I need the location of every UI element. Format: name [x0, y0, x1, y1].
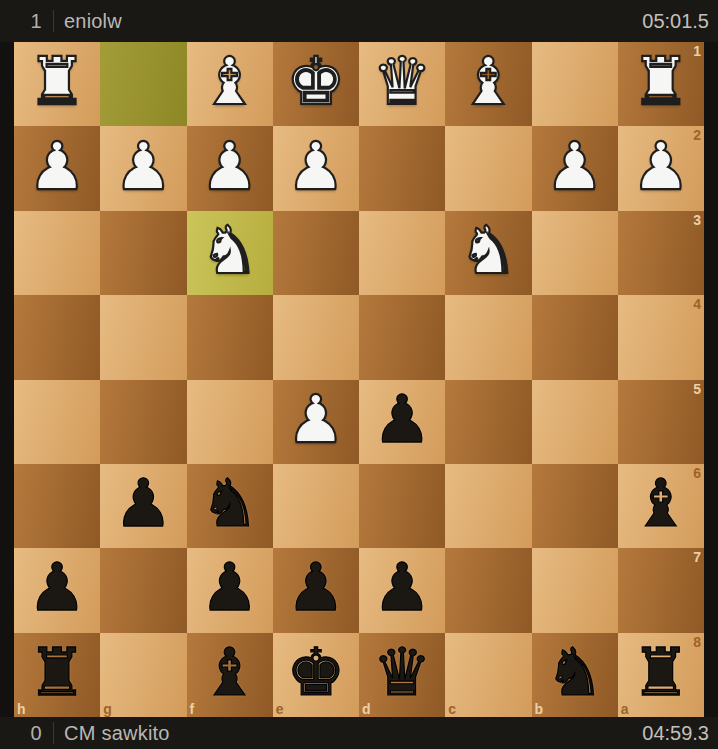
player-score: 0: [29, 722, 43, 745]
square-g2[interactable]: ♟: [100, 126, 186, 210]
square-b7[interactable]: [532, 548, 618, 632]
square-b6[interactable]: [532, 464, 618, 548]
white-pawn-icon[interactable]: ♟: [631, 125, 690, 209]
black-queen-icon[interactable]: ♛: [373, 631, 432, 715]
white-knight-icon[interactable]: ♞: [200, 209, 259, 293]
square-d5[interactable]: ♟: [359, 380, 445, 464]
player-bar: 0 CMsawkito 04:59.3: [0, 717, 718, 749]
white-pawn-icon[interactable]: ♟: [545, 125, 604, 209]
black-pawn-icon[interactable]: ♟: [28, 546, 87, 630]
white-rook-icon[interactable]: ♜: [28, 40, 87, 124]
square-f2[interactable]: ♟: [187, 126, 273, 210]
black-bishop-icon[interactable]: ♝: [200, 631, 259, 715]
opponent-bar: 1 eniolw 05:01.5: [0, 0, 718, 42]
opponent-name[interactable]: eniolw: [64, 10, 122, 33]
square-e3[interactable]: [273, 211, 359, 295]
square-g7[interactable]: [100, 548, 186, 632]
rank-label-2: 2: [693, 128, 701, 142]
square-b1[interactable]: [532, 42, 618, 126]
square-b4[interactable]: [532, 295, 618, 379]
black-pawn-icon[interactable]: ♟: [373, 546, 432, 630]
square-c6[interactable]: [445, 464, 531, 548]
square-a8[interactable]: ♜8a: [618, 633, 704, 717]
black-knight-icon[interactable]: ♞: [545, 631, 604, 715]
score-divider: [53, 10, 54, 32]
black-rook-icon[interactable]: ♜: [28, 631, 87, 715]
square-a2[interactable]: ♟2: [618, 126, 704, 210]
opponent-clock: 05:01.5: [642, 10, 709, 33]
square-a4[interactable]: 4: [618, 295, 704, 379]
file-label-e: e: [276, 702, 284, 716]
square-g1[interactable]: [100, 42, 186, 126]
square-h5[interactable]: [14, 380, 100, 464]
square-a1[interactable]: ♜1: [618, 42, 704, 126]
black-knight-icon[interactable]: ♞: [200, 462, 259, 546]
white-queen-icon[interactable]: ♛: [373, 40, 432, 124]
square-e1[interactable]: ♚: [273, 42, 359, 126]
square-b3[interactable]: [532, 211, 618, 295]
player-clock: 04:59.3: [642, 722, 709, 745]
white-pawn-icon[interactable]: ♟: [286, 125, 345, 209]
square-d6[interactable]: [359, 464, 445, 548]
square-h1[interactable]: ♜: [14, 42, 100, 126]
white-pawn-icon[interactable]: ♟: [28, 125, 87, 209]
square-e4[interactable]: [273, 295, 359, 379]
square-c4[interactable]: [445, 295, 531, 379]
square-c3[interactable]: ♞: [445, 211, 531, 295]
square-a7[interactable]: 7: [618, 548, 704, 632]
square-c2[interactable]: [445, 126, 531, 210]
square-h6[interactable]: [14, 464, 100, 548]
square-e8[interactable]: ♚e: [273, 633, 359, 717]
rank-label-7: 7: [693, 550, 701, 564]
square-e6[interactable]: [273, 464, 359, 548]
square-f7[interactable]: ♟: [187, 548, 273, 632]
square-b2[interactable]: ♟: [532, 126, 618, 210]
white-knight-icon[interactable]: ♞: [459, 209, 518, 293]
square-d3[interactable]: [359, 211, 445, 295]
square-g5[interactable]: [100, 380, 186, 464]
black-bishop-icon[interactable]: ♝: [631, 462, 690, 546]
square-g8[interactable]: g: [100, 633, 186, 717]
black-king-icon[interactable]: ♚: [286, 631, 345, 715]
opponent-score: 1: [29, 10, 43, 33]
square-a3[interactable]: 3: [618, 211, 704, 295]
square-c8[interactable]: c: [445, 633, 531, 717]
rank-label-6: 6: [693, 466, 701, 480]
rank-label-4: 4: [693, 297, 701, 311]
black-pawn-icon[interactable]: ♟: [200, 546, 259, 630]
chess-board[interactable]: ♜♝♚♛♝♜1♟♟♟♟♟♟2♞♞34♟♟5♟♞♝6♟♟♟♟7♜hg♝f♚e♛dc…: [14, 42, 704, 717]
square-d2[interactable]: [359, 126, 445, 210]
square-h8[interactable]: ♜h: [14, 633, 100, 717]
file-label-h: h: [17, 702, 26, 716]
file-label-a: a: [621, 702, 629, 716]
black-pawn-icon[interactable]: ♟: [286, 546, 345, 630]
file-label-f: f: [190, 702, 195, 716]
square-f3[interactable]: ♞: [187, 211, 273, 295]
square-g6[interactable]: ♟: [100, 464, 186, 548]
square-e2[interactable]: ♟: [273, 126, 359, 210]
black-pawn-icon[interactable]: ♟: [373, 378, 432, 462]
rank-label-5: 5: [693, 382, 701, 396]
rank-label-3: 3: [693, 213, 701, 227]
square-a5[interactable]: 5: [618, 380, 704, 464]
square-c1[interactable]: ♝: [445, 42, 531, 126]
rank-label-1: 1: [693, 44, 701, 58]
square-f8[interactable]: ♝f: [187, 633, 273, 717]
square-a6[interactable]: ♝6: [618, 464, 704, 548]
white-bishop-icon[interactable]: ♝: [459, 40, 518, 124]
white-bishop-icon[interactable]: ♝: [200, 40, 259, 124]
white-pawn-icon[interactable]: ♟: [286, 378, 345, 462]
square-d7[interactable]: ♟: [359, 548, 445, 632]
square-g3[interactable]: [100, 211, 186, 295]
square-d4[interactable]: [359, 295, 445, 379]
rank-label-8: 8: [693, 635, 701, 649]
file-label-c: c: [448, 702, 456, 716]
square-f5[interactable]: [187, 380, 273, 464]
square-h2[interactable]: ♟: [14, 126, 100, 210]
square-c7[interactable]: [445, 548, 531, 632]
white-pawn-icon[interactable]: ♟: [114, 125, 173, 209]
file-label-d: d: [362, 702, 371, 716]
square-e7[interactable]: ♟: [273, 548, 359, 632]
square-b8[interactable]: ♞b: [532, 633, 618, 717]
square-h7[interactable]: ♟: [14, 548, 100, 632]
player-name-group[interactable]: CMsawkito: [64, 722, 170, 745]
square-e5[interactable]: ♟: [273, 380, 359, 464]
square-c5[interactable]: [445, 380, 531, 464]
file-label-b: b: [535, 702, 544, 716]
white-pawn-icon[interactable]: ♟: [200, 125, 259, 209]
player-name: sawkito: [102, 722, 170, 745]
square-b5[interactable]: [532, 380, 618, 464]
square-h4[interactable]: [14, 295, 100, 379]
score-divider: [53, 722, 54, 744]
white-rook-icon[interactable]: ♜: [631, 40, 690, 124]
black-pawn-icon[interactable]: ♟: [114, 462, 173, 546]
square-d8[interactable]: ♛d: [359, 633, 445, 717]
square-f4[interactable]: [187, 295, 273, 379]
black-rook-icon[interactable]: ♜: [631, 631, 690, 715]
square-f1[interactable]: ♝: [187, 42, 273, 126]
white-king-icon[interactable]: ♚: [286, 40, 345, 124]
square-h3[interactable]: [14, 211, 100, 295]
file-label-g: g: [103, 702, 112, 716]
square-f6[interactable]: ♞: [187, 464, 273, 548]
player-title: CM: [64, 722, 96, 745]
square-g4[interactable]: [100, 295, 186, 379]
square-d1[interactable]: ♛: [359, 42, 445, 126]
